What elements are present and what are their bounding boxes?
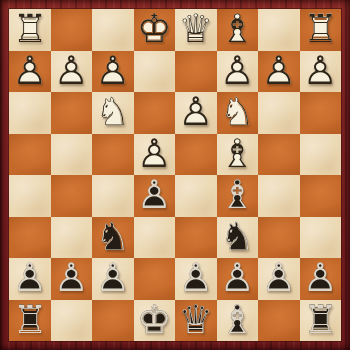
square-b4[interactable] xyxy=(258,134,300,176)
white-pawn-outline: ♙ xyxy=(51,51,93,92)
square-a7[interactable]: ♟♙ xyxy=(300,258,342,300)
square-a8[interactable]: ♜♖ xyxy=(300,300,342,342)
white-bishop[interactable]: ♝♗ xyxy=(217,134,259,176)
square-h5[interactable] xyxy=(9,175,51,217)
white-rook[interactable]: ♜♖ xyxy=(9,9,51,51)
square-a1[interactable]: ♜♖ xyxy=(300,9,342,51)
square-c2[interactable]: ♟♙ xyxy=(217,51,259,93)
black-pawn[interactable]: ♟♙ xyxy=(92,258,134,300)
white-queen-outline: ♕ xyxy=(175,9,217,50)
square-b6[interactable] xyxy=(258,217,300,259)
square-f6[interactable]: ♞♘ xyxy=(92,217,134,259)
square-b2[interactable]: ♟♙ xyxy=(258,51,300,93)
square-c8[interactable]: ♝♗ xyxy=(217,300,259,342)
white-pawn[interactable]: ♟♙ xyxy=(9,51,51,93)
square-b5[interactable] xyxy=(258,175,300,217)
square-b7[interactable]: ♟♙ xyxy=(258,258,300,300)
square-c3[interactable]: ♞♘ xyxy=(217,92,259,134)
white-pawn-outline: ♙ xyxy=(300,51,342,92)
square-c1[interactable]: ♝♗ xyxy=(217,9,259,51)
black-rook[interactable]: ♜♖ xyxy=(9,300,51,342)
black-pawn-outline: ♙ xyxy=(217,258,259,299)
square-h4[interactable] xyxy=(9,134,51,176)
black-pawn[interactable]: ♟♙ xyxy=(217,258,259,300)
white-rook-outline: ♖ xyxy=(9,9,51,50)
black-pawn-outline: ♙ xyxy=(300,258,342,299)
black-knight[interactable]: ♞♘ xyxy=(92,217,134,259)
white-pawn-outline: ♙ xyxy=(217,51,259,92)
black-queen-outline: ♕ xyxy=(175,300,217,341)
white-knight-outline: ♘ xyxy=(92,92,134,133)
square-e7[interactable] xyxy=(134,258,176,300)
square-h3[interactable] xyxy=(9,92,51,134)
square-e2[interactable] xyxy=(134,51,176,93)
black-pawn[interactable]: ♟♙ xyxy=(300,258,342,300)
square-d8[interactable]: ♛♕ xyxy=(175,300,217,342)
black-knight-outline: ♘ xyxy=(217,217,259,258)
square-g2[interactable]: ♟♙ xyxy=(51,51,93,93)
square-d4[interactable] xyxy=(175,134,217,176)
black-knight-outline: ♘ xyxy=(92,217,134,258)
square-d1[interactable]: ♛♕ xyxy=(175,9,217,51)
square-e1[interactable]: ♚♔ xyxy=(134,9,176,51)
black-rook[interactable]: ♜♖ xyxy=(300,300,342,342)
square-h2[interactable]: ♟♙ xyxy=(9,51,51,93)
square-a6[interactable] xyxy=(300,217,342,259)
square-c4[interactable]: ♝♗ xyxy=(217,134,259,176)
square-f4[interactable] xyxy=(92,134,134,176)
white-pawn-outline: ♙ xyxy=(175,92,217,133)
square-b3[interactable] xyxy=(258,92,300,134)
white-pawn-outline: ♙ xyxy=(9,51,51,92)
square-e8[interactable]: ♚♔ xyxy=(134,300,176,342)
square-h1[interactable]: ♜♖ xyxy=(9,9,51,51)
black-pawn-outline: ♙ xyxy=(134,175,176,216)
black-bishop[interactable]: ♝♗ xyxy=(217,175,259,217)
white-pawn[interactable]: ♟♙ xyxy=(217,51,259,93)
white-pawn[interactable]: ♟♙ xyxy=(51,51,93,93)
white-knight[interactable]: ♞♘ xyxy=(92,92,134,134)
square-a2[interactable]: ♟♙ xyxy=(300,51,342,93)
white-king-outline: ♔ xyxy=(134,9,176,50)
square-f7[interactable]: ♟♙ xyxy=(92,258,134,300)
white-queen[interactable]: ♛♕ xyxy=(175,9,217,51)
square-h8[interactable]: ♜♖ xyxy=(9,300,51,342)
chess-board: ♜♖♚♔♛♕♝♗♜♖♟♙♟♙♟♙♟♙♟♙♟♙♞♘♟♙♞♘♟♙♝♗♟♙♝♗♞♘♞♘… xyxy=(9,9,341,341)
square-d6[interactable] xyxy=(175,217,217,259)
black-pawn-outline: ♙ xyxy=(9,258,51,299)
white-knight-outline: ♘ xyxy=(217,92,259,133)
white-bishop[interactable]: ♝♗ xyxy=(217,9,259,51)
square-e6[interactable] xyxy=(134,217,176,259)
square-d5[interactable] xyxy=(175,175,217,217)
square-g8[interactable] xyxy=(51,300,93,342)
square-c6[interactable]: ♞♘ xyxy=(217,217,259,259)
white-pawn-outline: ♙ xyxy=(258,51,300,92)
white-rook-outline: ♖ xyxy=(300,9,342,50)
black-pawn-outline: ♙ xyxy=(51,258,93,299)
square-g4[interactable] xyxy=(51,134,93,176)
white-rook[interactable]: ♜♖ xyxy=(300,9,342,51)
black-pawn-outline: ♙ xyxy=(175,258,217,299)
white-pawn[interactable]: ♟♙ xyxy=(258,51,300,93)
black-pawn-outline: ♙ xyxy=(258,258,300,299)
square-g6[interactable] xyxy=(51,217,93,259)
white-bishop-outline: ♗ xyxy=(217,134,259,175)
square-e3[interactable] xyxy=(134,92,176,134)
square-f2[interactable]: ♟♙ xyxy=(92,51,134,93)
square-e5[interactable]: ♟♙ xyxy=(134,175,176,217)
black-pawn[interactable]: ♟♙ xyxy=(9,258,51,300)
square-c5[interactable]: ♝♗ xyxy=(217,175,259,217)
square-g5[interactable] xyxy=(51,175,93,217)
black-bishop[interactable]: ♝♗ xyxy=(217,300,259,342)
square-f1[interactable] xyxy=(92,9,134,51)
square-h6[interactable] xyxy=(9,217,51,259)
white-pawn-outline: ♙ xyxy=(92,51,134,92)
black-pawn[interactable]: ♟♙ xyxy=(258,258,300,300)
white-bishop-outline: ♗ xyxy=(217,9,259,50)
black-queen[interactable]: ♛♕ xyxy=(175,300,217,342)
square-f3[interactable]: ♞♘ xyxy=(92,92,134,134)
black-king[interactable]: ♚♔ xyxy=(134,300,176,342)
white-pawn-outline: ♙ xyxy=(134,134,176,175)
square-a5[interactable] xyxy=(300,175,342,217)
white-pawn[interactable]: ♟♙ xyxy=(300,51,342,93)
square-g1[interactable] xyxy=(51,9,93,51)
square-b8[interactable] xyxy=(258,300,300,342)
chess-board-frame: ♜♖♚♔♛♕♝♗♜♖♟♙♟♙♟♙♟♙♟♙♟♙♞♘♟♙♞♘♟♙♝♗♟♙♝♗♞♘♞♘… xyxy=(0,0,350,350)
square-a4[interactable] xyxy=(300,134,342,176)
black-bishop-outline: ♗ xyxy=(217,175,259,216)
black-pawn[interactable]: ♟♙ xyxy=(51,258,93,300)
square-f8[interactable] xyxy=(92,300,134,342)
white-knight[interactable]: ♞♘ xyxy=(217,92,259,134)
black-pawn[interactable]: ♟♙ xyxy=(134,175,176,217)
white-king[interactable]: ♚♔ xyxy=(134,9,176,51)
white-pawn[interactable]: ♟♙ xyxy=(175,92,217,134)
square-e4[interactable]: ♟♙ xyxy=(134,134,176,176)
square-h7[interactable]: ♟♙ xyxy=(9,258,51,300)
black-knight[interactable]: ♞♘ xyxy=(217,217,259,259)
square-d7[interactable]: ♟♙ xyxy=(175,258,217,300)
white-pawn[interactable]: ♟♙ xyxy=(134,134,176,176)
square-a3[interactable] xyxy=(300,92,342,134)
white-pawn[interactable]: ♟♙ xyxy=(92,51,134,93)
square-f5[interactable] xyxy=(92,175,134,217)
square-g7[interactable]: ♟♙ xyxy=(51,258,93,300)
black-pawn-outline: ♙ xyxy=(92,258,134,299)
square-g3[interactable] xyxy=(51,92,93,134)
black-rook-outline: ♖ xyxy=(9,300,51,341)
black-king-outline: ♔ xyxy=(134,300,176,341)
square-d2[interactable] xyxy=(175,51,217,93)
square-d3[interactable]: ♟♙ xyxy=(175,92,217,134)
black-bishop-outline: ♗ xyxy=(217,300,259,341)
square-b1[interactable] xyxy=(258,9,300,51)
square-c7[interactable]: ♟♙ xyxy=(217,258,259,300)
black-rook-outline: ♖ xyxy=(300,300,342,341)
black-pawn[interactable]: ♟♙ xyxy=(175,258,217,300)
